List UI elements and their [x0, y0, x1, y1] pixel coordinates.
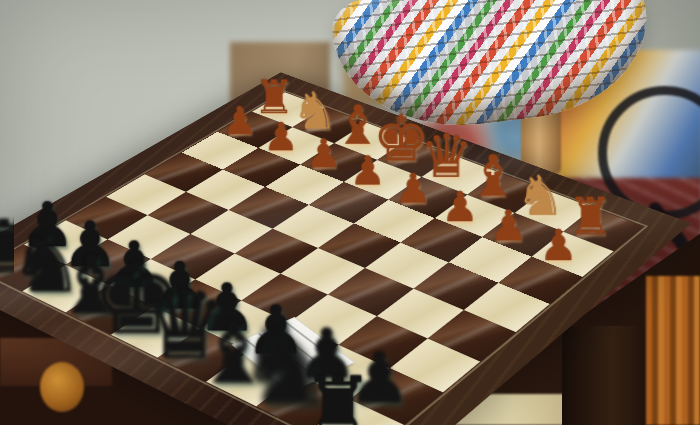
white-pawn-d2[interactable]: ♟	[395, 171, 432, 208]
board-scene: ♜♞♝♚♛♝♞♜♟♟♟♟♟♟♟♟♟♟♟♟♟♟♟♟♜♞♝♚♛♝♞♜	[0, 0, 700, 425]
white-rook-h1[interactable]: ♜	[253, 77, 294, 119]
black-rook-a8[interactable]: ♜	[301, 369, 375, 425]
white-knight-g1[interactable]: ♞	[292, 88, 338, 134]
white-pawn-f2[interactable]: ♟	[306, 136, 342, 172]
white-pawn-g2[interactable]: ♟	[264, 120, 299, 155]
white-pawn-b2[interactable]: ♟	[490, 207, 528, 245]
shop-photo: ♜♞♝♚♛♝♞♜♟♟♟♟♟♟♟♟♟♟♟♟♟♟♟♟♜♞♝♚♛♝♞♜	[0, 0, 700, 425]
chess-board: ♜♞♝♚♛♝♞♜♟♟♟♟♟♟♟♟♟♟♟♟♟♟♟♟♜♞♝♚♛♝♞♜	[0, 72, 691, 425]
white-pawn-c2[interactable]: ♟	[442, 189, 479, 227]
white-pawn-e2[interactable]: ♟	[350, 153, 386, 189]
chess-board-grid: ♜♞♝♚♛♝♞♜♟♟♟♟♟♟♟♟♟♟♟♟♟♟♟♟♜♞♝♚♛♝♞♜	[0, 92, 644, 425]
white-pawn-h2[interactable]: ♟	[223, 104, 258, 139]
white-pawn-a2[interactable]: ♟	[539, 226, 578, 265]
